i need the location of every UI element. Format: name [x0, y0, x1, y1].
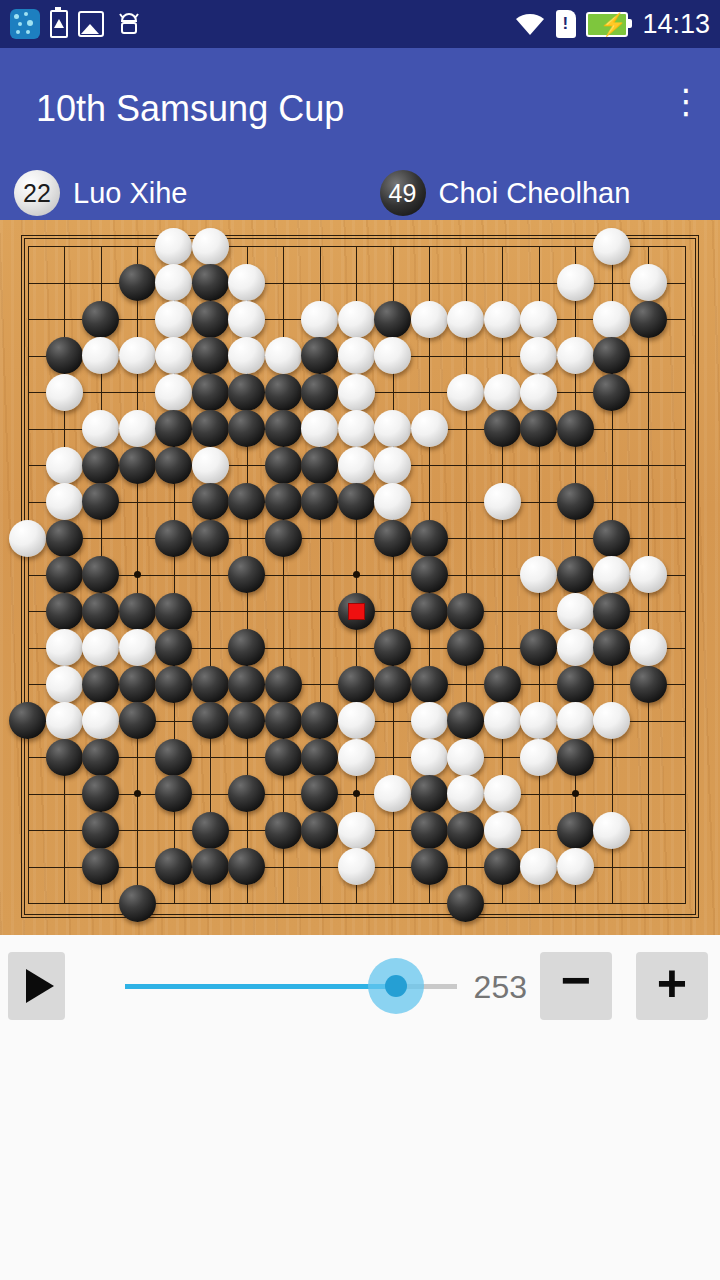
stone-black — [82, 593, 119, 630]
stone-black — [46, 337, 83, 374]
stone-black — [119, 885, 156, 922]
stone-black — [338, 483, 375, 520]
move-number: 253 — [452, 969, 527, 1006]
next-move-button[interactable]: + — [636, 952, 708, 1020]
stone-black — [155, 666, 192, 703]
stone-white — [301, 410, 338, 447]
stone-black — [265, 374, 302, 411]
stone-black — [447, 812, 484, 849]
stone-black — [484, 666, 521, 703]
stone-black — [447, 629, 484, 666]
stone-black — [192, 848, 229, 885]
stone-black — [557, 812, 594, 849]
stone-black — [265, 702, 302, 739]
stone-white — [338, 374, 375, 411]
stone-black — [630, 666, 667, 703]
stone-black — [192, 374, 229, 411]
stone-black — [46, 593, 83, 630]
stone-black — [155, 775, 192, 812]
stone-black — [265, 812, 302, 849]
overflow-menu-icon[interactable]: ⋮ — [666, 84, 706, 118]
stone-white — [338, 410, 375, 447]
stone-white — [593, 812, 630, 849]
stone-black — [301, 447, 338, 484]
stone-white — [374, 447, 411, 484]
stone-black — [46, 556, 83, 593]
stone-black — [265, 739, 302, 776]
stone-black — [228, 702, 265, 739]
stone-white — [338, 447, 375, 484]
stone-white — [593, 228, 630, 265]
stone-black — [301, 775, 338, 812]
stone-white — [155, 374, 192, 411]
stone-black — [484, 848, 521, 885]
battery-charging-icon: ⚡ — [586, 12, 628, 37]
stone-black — [301, 483, 338, 520]
stone-white — [374, 337, 411, 374]
stone-white — [447, 374, 484, 411]
stone-black — [228, 775, 265, 812]
slider-track-filled[interactable] — [125, 984, 396, 989]
stone-black — [228, 629, 265, 666]
stone-white — [630, 629, 667, 666]
black-player-name: Choi Cheolhan — [439, 177, 631, 210]
stone-black — [484, 410, 521, 447]
playback-controls: 253 − + — [0, 935, 720, 1280]
stone-white — [82, 337, 119, 374]
stone-white — [484, 812, 521, 849]
stone-white — [557, 848, 594, 885]
grid-v-line — [685, 246, 686, 904]
stone-white — [520, 337, 557, 374]
stone-black — [593, 520, 630, 557]
star-point — [572, 790, 579, 797]
stone-black — [155, 848, 192, 885]
stone-white — [338, 702, 375, 739]
stone-black — [119, 593, 156, 630]
white-captures-badge: 22 — [14, 170, 60, 216]
stone-white — [593, 556, 630, 593]
stone-white — [374, 483, 411, 520]
stone-black — [155, 593, 192, 630]
stone-white — [484, 374, 521, 411]
stone-black — [119, 666, 156, 703]
stone-white — [484, 702, 521, 739]
stone-black — [155, 629, 192, 666]
stone-white — [338, 739, 375, 776]
stone-white — [9, 520, 46, 557]
stone-black — [411, 775, 448, 812]
stone-black — [520, 410, 557, 447]
stone-white — [520, 739, 557, 776]
stone-black — [301, 374, 338, 411]
stone-black — [520, 629, 557, 666]
stone-white — [155, 228, 192, 265]
stone-black — [593, 593, 630, 630]
stone-white — [265, 337, 302, 374]
stone-black — [593, 374, 630, 411]
stone-black — [374, 666, 411, 703]
stone-black — [301, 812, 338, 849]
stone-black — [192, 410, 229, 447]
stone-white — [520, 848, 557, 885]
stone-black — [411, 593, 448, 630]
stone-white — [520, 702, 557, 739]
stone-black — [228, 848, 265, 885]
stone-white — [557, 629, 594, 666]
stone-black — [192, 264, 229, 301]
stone-white — [46, 483, 83, 520]
stone-white — [155, 301, 192, 338]
stone-white — [338, 301, 375, 338]
stone-white — [119, 337, 156, 374]
stone-white — [374, 410, 411, 447]
stone-black — [301, 739, 338, 776]
sim-alert-icon — [556, 10, 576, 38]
stone-black — [155, 447, 192, 484]
stone-black — [82, 775, 119, 812]
android-icon — [114, 11, 144, 37]
status-bar: ⚡ 14:13 — [0, 0, 720, 48]
stone-black — [46, 520, 83, 557]
stone-black — [192, 337, 229, 374]
stone-black — [301, 702, 338, 739]
stone-black — [9, 702, 46, 739]
stone-black — [192, 301, 229, 338]
stone-black — [265, 410, 302, 447]
stone-black — [82, 447, 119, 484]
app-icon — [10, 9, 40, 39]
stone-white — [46, 666, 83, 703]
stone-white — [301, 301, 338, 338]
stone-black — [411, 520, 448, 557]
stone-black — [265, 483, 302, 520]
players-row: 22 Luo Xihe 49 Choi Cheolhan — [0, 166, 720, 220]
star-point — [353, 571, 360, 578]
stone-white — [557, 702, 594, 739]
star-point — [353, 790, 360, 797]
stone-black — [119, 447, 156, 484]
stone-white — [228, 264, 265, 301]
stone-black — [557, 483, 594, 520]
stone-black — [82, 483, 119, 520]
stone-white — [630, 556, 667, 593]
stone-black — [82, 301, 119, 338]
star-point — [134, 790, 141, 797]
app-header: 10th Samsung Cup ⋮ 22 Luo Xihe 49 Choi C… — [0, 48, 720, 220]
stone-black — [374, 629, 411, 666]
stone-black — [82, 556, 119, 593]
stone-white — [593, 301, 630, 338]
play-button[interactable] — [8, 952, 65, 1020]
stone-black — [265, 520, 302, 557]
stone-white — [557, 264, 594, 301]
stone-black — [411, 556, 448, 593]
charging-bolt-icon: ⚡ — [599, 12, 626, 38]
stone-black — [155, 520, 192, 557]
stone-white — [338, 337, 375, 374]
stone-white — [228, 337, 265, 374]
stone-white — [228, 301, 265, 338]
stone-black — [82, 666, 119, 703]
stone-black — [192, 520, 229, 557]
stone-white — [484, 483, 521, 520]
stone-white — [374, 775, 411, 812]
stone-white — [192, 447, 229, 484]
stone-white — [630, 264, 667, 301]
stone-white — [593, 702, 630, 739]
stone-white — [155, 264, 192, 301]
go-board[interactable] — [0, 220, 720, 935]
stone-white — [447, 775, 484, 812]
stone-white — [557, 593, 594, 630]
stone-black — [557, 410, 594, 447]
battery-alert-icon — [50, 10, 68, 38]
slider-thumb[interactable] — [385, 975, 407, 997]
stone-black — [119, 702, 156, 739]
stone-white — [338, 848, 375, 885]
stone-white — [82, 702, 119, 739]
stone-white — [520, 301, 557, 338]
stone-black — [228, 483, 265, 520]
stone-black — [630, 301, 667, 338]
stone-white — [411, 410, 448, 447]
stone-black — [557, 556, 594, 593]
stone-black — [447, 885, 484, 922]
stone-white — [484, 775, 521, 812]
minus-icon: − — [561, 980, 591, 992]
stone-black — [265, 666, 302, 703]
stone-white — [411, 301, 448, 338]
wifi-icon — [514, 11, 546, 37]
stone-black — [82, 848, 119, 885]
stone-white — [338, 812, 375, 849]
stone-white — [82, 410, 119, 447]
stone-black — [411, 666, 448, 703]
stone-black — [374, 520, 411, 557]
stone-white — [557, 337, 594, 374]
stone-white — [520, 374, 557, 411]
stone-black — [155, 739, 192, 776]
stone-black — [265, 447, 302, 484]
stone-black — [411, 812, 448, 849]
stone-white — [119, 629, 156, 666]
stone-black — [557, 739, 594, 776]
screenshot-icon — [78, 11, 104, 37]
stone-white — [447, 739, 484, 776]
stone-white — [447, 301, 484, 338]
stone-black — [447, 702, 484, 739]
stone-white — [119, 410, 156, 447]
stone-black — [338, 666, 375, 703]
stone-black — [447, 593, 484, 630]
stone-black — [411, 848, 448, 885]
stone-white — [82, 629, 119, 666]
stone-white — [46, 629, 83, 666]
stone-black — [192, 812, 229, 849]
stone-white — [46, 374, 83, 411]
plus-icon: + — [657, 983, 687, 989]
stone-white — [411, 702, 448, 739]
stone-black — [301, 337, 338, 374]
stone-black — [119, 264, 156, 301]
white-player-name: Luo Xihe — [73, 177, 188, 210]
stone-black — [192, 702, 229, 739]
stone-black — [557, 666, 594, 703]
stone-black — [374, 301, 411, 338]
stone-black — [192, 666, 229, 703]
stone-white — [46, 447, 83, 484]
page-title: 10th Samsung Cup — [36, 88, 344, 130]
stone-black — [82, 739, 119, 776]
stone-white — [46, 702, 83, 739]
status-time: 14:13 — [642, 9, 710, 40]
last-move-marker — [348, 603, 365, 620]
stone-black — [228, 556, 265, 593]
black-captures-badge: 49 — [380, 170, 426, 216]
stone-black — [228, 410, 265, 447]
stone-white — [484, 301, 521, 338]
stone-white — [520, 556, 557, 593]
previous-move-button[interactable]: − — [540, 952, 612, 1020]
stone-black — [82, 812, 119, 849]
stone-black — [228, 666, 265, 703]
star-point — [134, 571, 141, 578]
stone-black — [155, 410, 192, 447]
stone-black — [593, 629, 630, 666]
stone-black — [192, 483, 229, 520]
stone-black — [228, 374, 265, 411]
stone-white — [411, 739, 448, 776]
play-icon — [26, 969, 54, 1003]
stone-white — [155, 337, 192, 374]
stone-white — [192, 228, 229, 265]
stone-black — [46, 739, 83, 776]
stone-black — [593, 337, 630, 374]
